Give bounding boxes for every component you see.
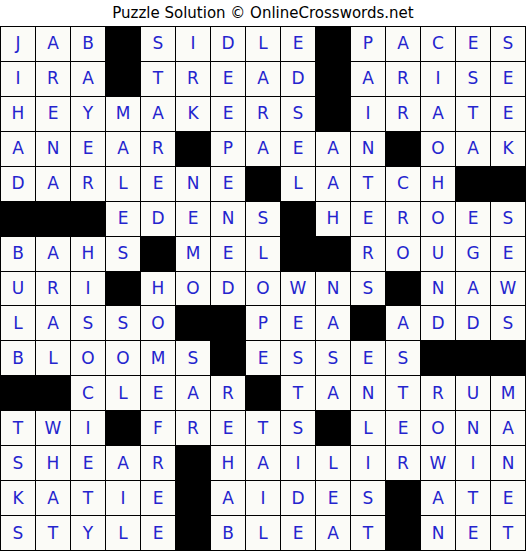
black-cell-r2c10 xyxy=(316,62,350,96)
letter-cell-r7c13: U xyxy=(421,237,455,271)
letter-cell-r13c7: H xyxy=(211,446,245,480)
letter-cell-r9c8: P xyxy=(246,306,280,340)
letter-cell-r13c15: N xyxy=(491,446,525,480)
black-cell-r10c13 xyxy=(421,341,455,375)
black-cell-r15c6 xyxy=(176,516,210,550)
black-cell-r4c6 xyxy=(176,132,210,166)
letter-cell-r9c3: S xyxy=(71,306,105,340)
letter-cell-r6c13: O xyxy=(421,202,455,236)
letter-cell-r4c7: P xyxy=(211,132,245,166)
letter-cell-r12c5: F xyxy=(141,411,175,445)
letter-cell-r3c12: R xyxy=(386,97,420,131)
letter-cell-r8c7: D xyxy=(211,272,245,306)
letter-cell-r14c15: E xyxy=(491,481,525,515)
letter-cell-r5c12: C xyxy=(386,167,420,201)
letter-cell-r6c6: E xyxy=(176,202,210,236)
letter-cell-r13c4: A xyxy=(106,446,140,480)
letter-cell-r12c2: W xyxy=(36,411,70,445)
letter-cell-r11c3: C xyxy=(71,376,105,410)
letter-cell-r11c7: R xyxy=(211,376,245,410)
letter-cell-r11c12: T xyxy=(386,376,420,410)
letter-cell-r6c15: S xyxy=(491,202,525,236)
letter-cell-r14c7: A xyxy=(211,481,245,515)
letter-cell-r12c11: L xyxy=(351,411,385,445)
letter-cell-r10c5: M xyxy=(141,341,175,375)
letter-cell-r10c6: S xyxy=(176,341,210,375)
black-cell-r6c2 xyxy=(36,202,70,236)
letter-cell-r3c14: T xyxy=(456,97,490,131)
letter-cell-r6c11: E xyxy=(351,202,385,236)
black-cell-r5c15 xyxy=(491,167,525,201)
letter-cell-r4c11: N xyxy=(351,132,385,166)
letter-cell-r11c13: R xyxy=(421,376,455,410)
letter-cell-r9c5: O xyxy=(141,306,175,340)
letter-cell-r10c3: O xyxy=(71,341,105,375)
letter-cell-r8c13: N xyxy=(421,272,455,306)
letter-cell-r10c10: S xyxy=(316,341,350,375)
letter-cell-r1c1: J xyxy=(1,27,35,61)
letter-cell-r15c3: Y xyxy=(71,516,105,550)
letter-cell-r3c2: E xyxy=(36,97,70,131)
letter-cell-r4c9: E xyxy=(281,132,315,166)
letter-cell-r8c1: U xyxy=(1,272,35,306)
letter-cell-r9c4: S xyxy=(106,306,140,340)
letter-cell-r3c13: A xyxy=(421,97,455,131)
letter-cell-r5c1: D xyxy=(1,167,35,201)
letter-cell-r4c5: R xyxy=(141,132,175,166)
letter-cell-r12c13: O xyxy=(421,411,455,445)
letter-cell-r7c12: O xyxy=(386,237,420,271)
letter-cell-r9c10: A xyxy=(316,306,350,340)
letter-cell-r10c11: E xyxy=(351,341,385,375)
letter-cell-r8c11: S xyxy=(351,272,385,306)
letter-cell-r11c14: U xyxy=(456,376,490,410)
letter-cell-r8c5: H xyxy=(141,272,175,306)
letter-cell-r6c12: R xyxy=(386,202,420,236)
page-title: Puzzle Solution © OnlineCrosswords.net xyxy=(0,0,526,26)
letter-cell-r2c1: I xyxy=(1,62,35,96)
letter-cell-r12c1: T xyxy=(1,411,35,445)
letter-cell-r8c8: O xyxy=(246,272,280,306)
letter-cell-r12c7: E xyxy=(211,411,245,445)
letter-cell-r13c9: I xyxy=(281,446,315,480)
black-cell-r13c6 xyxy=(176,446,210,480)
letter-cell-r1c2: A xyxy=(36,27,70,61)
letter-cell-r2c8: A xyxy=(246,62,280,96)
black-cell-r9c6 xyxy=(176,306,210,340)
black-cell-r7c5 xyxy=(141,237,175,271)
letter-cell-r14c5: E xyxy=(141,481,175,515)
letter-cell-r1c5: S xyxy=(141,27,175,61)
letter-cell-r10c4: O xyxy=(106,341,140,375)
crossword-grid: JABSIDLEPACESIRATREADARISEHEYMAKERSIRATE… xyxy=(0,26,526,551)
letter-cell-r12c6: R xyxy=(176,411,210,445)
letter-cell-r1c6: I xyxy=(176,27,210,61)
letter-cell-r14c1: K xyxy=(1,481,35,515)
letter-cell-r2c2: R xyxy=(36,62,70,96)
black-cell-r12c10 xyxy=(316,411,350,445)
letter-cell-r3c1: H xyxy=(1,97,35,131)
letter-cell-r15c2: T xyxy=(36,516,70,550)
letter-cell-r6c4: E xyxy=(106,202,140,236)
black-cell-r3c10 xyxy=(316,97,350,131)
black-cell-r2c4 xyxy=(106,62,140,96)
letter-cell-r2c14: S xyxy=(456,62,490,96)
letter-cell-r7c4: S xyxy=(106,237,140,271)
letter-cell-r3c5: A xyxy=(141,97,175,131)
letter-cell-r14c11: S xyxy=(351,481,385,515)
letter-cell-r4c2: N xyxy=(36,132,70,166)
letter-cell-r10c9: S xyxy=(281,341,315,375)
letter-cell-r14c14: T xyxy=(456,481,490,515)
black-cell-r4c12 xyxy=(386,132,420,166)
letter-cell-r5c6: N xyxy=(176,167,210,201)
letter-cell-r5c7: E xyxy=(211,167,245,201)
letter-cell-r1c15: S xyxy=(491,27,525,61)
letter-cell-r13c8: A xyxy=(246,446,280,480)
letter-cell-r1c8: L xyxy=(246,27,280,61)
letter-cell-r8c15: W xyxy=(491,272,525,306)
letter-cell-r3c11: I xyxy=(351,97,385,131)
black-cell-r15c12 xyxy=(386,516,420,550)
letter-cell-r2c5: T xyxy=(141,62,175,96)
letter-cell-r7c1: B xyxy=(1,237,35,271)
letter-cell-r3c3: Y xyxy=(71,97,105,131)
black-cell-r10c15 xyxy=(491,341,525,375)
black-cell-r1c4 xyxy=(106,27,140,61)
letter-cell-r5c4: L xyxy=(106,167,140,201)
letter-cell-r15c15: T xyxy=(491,516,525,550)
letter-cell-r7c14: G xyxy=(456,237,490,271)
letter-cell-r1c11: P xyxy=(351,27,385,61)
letter-cell-r12c14: N xyxy=(456,411,490,445)
black-cell-r11c8 xyxy=(246,376,280,410)
black-cell-r7c9 xyxy=(281,237,315,271)
letter-cell-r4c4: A xyxy=(106,132,140,166)
letter-cell-r9c15: S xyxy=(491,306,525,340)
letter-cell-r8c2: R xyxy=(36,272,70,306)
letter-cell-r11c15: M xyxy=(491,376,525,410)
letter-cell-r14c3: T xyxy=(71,481,105,515)
letter-cell-r1c14: E xyxy=(456,27,490,61)
letter-cell-r5c3: R xyxy=(71,167,105,201)
letter-cell-r4c10: A xyxy=(316,132,350,166)
letter-cell-r3c9: S xyxy=(281,97,315,131)
letter-cell-r10c1: B xyxy=(1,341,35,375)
letter-cell-r11c10: A xyxy=(316,376,350,410)
black-cell-r9c7 xyxy=(211,306,245,340)
letter-cell-r2c6: R xyxy=(176,62,210,96)
letter-cell-r13c5: R xyxy=(141,446,175,480)
letter-cell-r10c12: S xyxy=(386,341,420,375)
letter-cell-r13c2: H xyxy=(36,446,70,480)
letter-cell-r4c3: E xyxy=(71,132,105,166)
letter-cell-r3c6: K xyxy=(176,97,210,131)
black-cell-r8c12 xyxy=(386,272,420,306)
letter-cell-r13c10: L xyxy=(316,446,350,480)
letter-cell-r13c12: R xyxy=(386,446,420,480)
black-cell-r11c2 xyxy=(36,376,70,410)
black-cell-r5c14 xyxy=(456,167,490,201)
letter-cell-r5c9: L xyxy=(281,167,315,201)
letter-cell-r7c8: L xyxy=(246,237,280,271)
letter-cell-r2c11: A xyxy=(351,62,385,96)
letter-cell-r13c14: I xyxy=(456,446,490,480)
letter-cell-r9c12: A xyxy=(386,306,420,340)
black-cell-r10c7 xyxy=(211,341,245,375)
letter-cell-r15c4: L xyxy=(106,516,140,550)
letter-cell-r6c14: E xyxy=(456,202,490,236)
letter-cell-r12c12: E xyxy=(386,411,420,445)
letter-cell-r12c15: A xyxy=(491,411,525,445)
letter-cell-r1c12: A xyxy=(386,27,420,61)
letter-cell-r2c13: I xyxy=(421,62,455,96)
black-cell-r14c6 xyxy=(176,481,210,515)
letter-cell-r14c8: I xyxy=(246,481,280,515)
black-cell-r6c1 xyxy=(1,202,35,236)
letter-cell-r1c7: D xyxy=(211,27,245,61)
letter-cell-r9c14: D xyxy=(456,306,490,340)
letter-cell-r4c1: A xyxy=(1,132,35,166)
black-cell-r6c9 xyxy=(281,202,315,236)
letter-cell-r12c9: S xyxy=(281,411,315,445)
letter-cell-r14c13: A xyxy=(421,481,455,515)
letter-cell-r2c3: A xyxy=(71,62,105,96)
letter-cell-r15c8: L xyxy=(246,516,280,550)
black-cell-r6c3 xyxy=(71,202,105,236)
letter-cell-r13c3: E xyxy=(71,446,105,480)
letter-cell-r8c9: W xyxy=(281,272,315,306)
letter-cell-r1c13: C xyxy=(421,27,455,61)
letter-cell-r15c10: A xyxy=(316,516,350,550)
letter-cell-r14c9: D xyxy=(281,481,315,515)
letter-cell-r8c14: A xyxy=(456,272,490,306)
letter-cell-r12c8: T xyxy=(246,411,280,445)
letter-cell-r10c2: L xyxy=(36,341,70,375)
letter-cell-r15c5: E xyxy=(141,516,175,550)
black-cell-r12c4 xyxy=(106,411,140,445)
letter-cell-r11c11: N xyxy=(351,376,385,410)
letter-cell-r3c15: E xyxy=(491,97,525,131)
black-cell-r8c4 xyxy=(106,272,140,306)
letter-cell-r4c8: A xyxy=(246,132,280,166)
letter-cell-r7c3: H xyxy=(71,237,105,271)
letter-cell-r4c15: K xyxy=(491,132,525,166)
letter-cell-r7c6: M xyxy=(176,237,210,271)
letter-cell-r2c7: E xyxy=(211,62,245,96)
letter-cell-r6c8: S xyxy=(246,202,280,236)
letter-cell-r7c15: E xyxy=(491,237,525,271)
letter-cell-r5c2: A xyxy=(36,167,70,201)
black-cell-r9c11 xyxy=(351,306,385,340)
letter-cell-r9c1: L xyxy=(1,306,35,340)
letter-cell-r15c11: T xyxy=(351,516,385,550)
letter-cell-r2c15: E xyxy=(491,62,525,96)
letter-cell-r8c6: O xyxy=(176,272,210,306)
letter-cell-r8c3: I xyxy=(71,272,105,306)
letter-cell-r1c3: B xyxy=(71,27,105,61)
letter-cell-r6c5: D xyxy=(141,202,175,236)
letter-cell-r11c5: E xyxy=(141,376,175,410)
letter-cell-r9c13: D xyxy=(421,306,455,340)
letter-cell-r5c10: A xyxy=(316,167,350,201)
letter-cell-r9c9: E xyxy=(281,306,315,340)
letter-cell-r2c12: R xyxy=(386,62,420,96)
letter-cell-r14c2: A xyxy=(36,481,70,515)
letter-cell-r7c7: E xyxy=(211,237,245,271)
letter-cell-r8c10: N xyxy=(316,272,350,306)
letter-cell-r7c2: A xyxy=(36,237,70,271)
letter-cell-r2c9: D xyxy=(281,62,315,96)
letter-cell-r5c13: H xyxy=(421,167,455,201)
letter-cell-r7c11: R xyxy=(351,237,385,271)
letter-cell-r11c6: A xyxy=(176,376,210,410)
black-cell-r11c1 xyxy=(1,376,35,410)
black-cell-r1c10 xyxy=(316,27,350,61)
letter-cell-r13c1: S xyxy=(1,446,35,480)
letter-cell-r15c7: B xyxy=(211,516,245,550)
letter-cell-r9c2: A xyxy=(36,306,70,340)
letter-cell-r1c9: E xyxy=(281,27,315,61)
letter-cell-r14c10: E xyxy=(316,481,350,515)
letter-cell-r3c8: R xyxy=(246,97,280,131)
letter-cell-r6c7: N xyxy=(211,202,245,236)
black-cell-r10c14 xyxy=(456,341,490,375)
puzzle-solution-page: Puzzle Solution © OnlineCrosswords.net J… xyxy=(0,0,526,551)
letter-cell-r10c8: E xyxy=(246,341,280,375)
letter-cell-r14c4: I xyxy=(106,481,140,515)
letter-cell-r4c14: A xyxy=(456,132,490,166)
letter-cell-r15c14: E xyxy=(456,516,490,550)
letter-cell-r13c11: I xyxy=(351,446,385,480)
letter-cell-r11c9: T xyxy=(281,376,315,410)
letter-cell-r15c9: E xyxy=(281,516,315,550)
letter-cell-r4c13: O xyxy=(421,132,455,166)
letter-cell-r5c5: E xyxy=(141,167,175,201)
letter-cell-r13c13: W xyxy=(421,446,455,480)
letter-cell-r6c10: H xyxy=(316,202,350,236)
letter-cell-r15c1: S xyxy=(1,516,35,550)
letter-cell-r5c11: T xyxy=(351,167,385,201)
black-cell-r7c10 xyxy=(316,237,350,271)
black-cell-r5c8 xyxy=(246,167,280,201)
letter-cell-r15c13: N xyxy=(421,516,455,550)
black-cell-r14c12 xyxy=(386,481,420,515)
letter-cell-r12c3: I xyxy=(71,411,105,445)
letter-cell-r3c4: M xyxy=(106,97,140,131)
letter-cell-r11c4: L xyxy=(106,376,140,410)
letter-cell-r3c7: E xyxy=(211,97,245,131)
